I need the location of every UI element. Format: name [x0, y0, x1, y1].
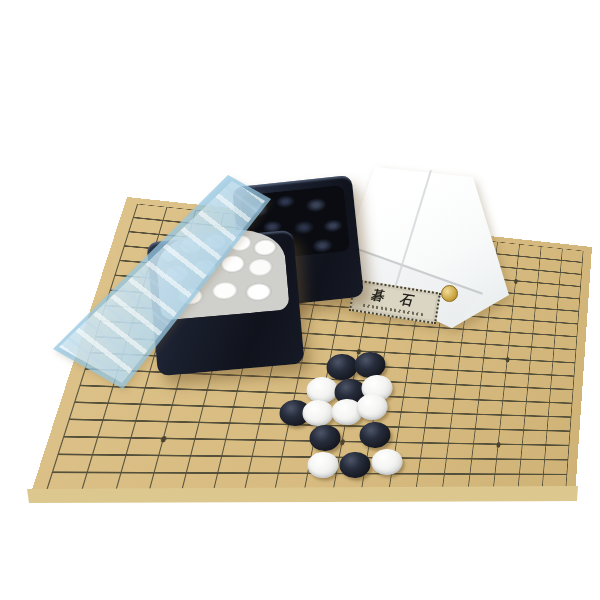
stone-box: 碁石 — [340, 160, 525, 340]
clear-lid — [40, 165, 280, 395]
go-set-photo: 碁石 — [0, 0, 600, 600]
gold-seal-icon — [441, 285, 458, 302]
